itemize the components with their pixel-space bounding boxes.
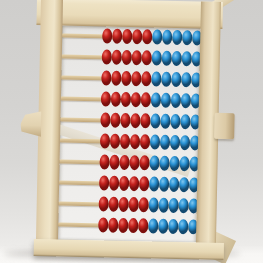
bead-red[interactable] (129, 176, 139, 191)
bead-blue[interactable] (159, 198, 169, 213)
bead-red[interactable] (129, 197, 139, 212)
bead-blue[interactable] (172, 30, 182, 45)
bead-blue[interactable] (160, 135, 170, 150)
bead-blue[interactable] (180, 114, 190, 129)
scene (0, 0, 263, 263)
bead-red[interactable] (132, 29, 142, 44)
abacus-row (33, 174, 219, 193)
bead-red[interactable] (141, 71, 151, 86)
bead-blue[interactable] (161, 72, 171, 87)
bead-red[interactable] (118, 218, 128, 233)
bead-blue[interactable] (152, 29, 162, 44)
abacus-row (33, 195, 219, 214)
bead-red[interactable] (119, 197, 129, 212)
bead-blue[interactable] (178, 219, 188, 234)
bead-group (101, 70, 201, 87)
bead-blue[interactable] (171, 72, 181, 87)
bead-red[interactable] (119, 176, 129, 191)
bead-blue[interactable] (169, 177, 179, 192)
bead-red[interactable] (132, 50, 142, 65)
bead-red[interactable] (110, 113, 120, 128)
bead-red[interactable] (139, 197, 149, 212)
bead-blue[interactable] (159, 177, 169, 192)
bead-blue[interactable] (162, 30, 172, 45)
bead-red[interactable] (139, 176, 149, 191)
left-peg (20, 110, 42, 138)
bead-red[interactable] (109, 155, 119, 170)
bead-red[interactable] (141, 92, 151, 107)
bead-red[interactable] (130, 113, 140, 128)
abacus-row (33, 153, 219, 172)
bead-group (99, 175, 199, 192)
bead-blue[interactable] (160, 114, 170, 129)
abacus-row (35, 90, 221, 109)
bead-blue[interactable] (150, 134, 160, 149)
bead-red[interactable] (101, 91, 111, 106)
bead-blue[interactable] (149, 197, 159, 212)
bead-red[interactable] (138, 218, 148, 233)
bead-blue[interactable] (151, 92, 161, 107)
bead-red[interactable] (109, 176, 119, 191)
bead-group (100, 112, 200, 129)
bead-red[interactable] (122, 50, 132, 65)
bead-red[interactable] (100, 112, 110, 127)
bead-red[interactable] (142, 29, 152, 44)
bead-red[interactable] (101, 70, 111, 85)
bead-red[interactable] (99, 154, 109, 169)
bead-blue[interactable] (151, 71, 161, 86)
bead-red[interactable] (111, 92, 121, 107)
bead-red[interactable] (121, 92, 131, 107)
bead-red[interactable] (122, 29, 132, 44)
bead-red[interactable] (119, 155, 129, 170)
bead-red[interactable] (131, 71, 141, 86)
abacus-row (36, 48, 222, 67)
bead-red[interactable] (100, 133, 110, 148)
bead-group (98, 217, 198, 234)
abacus-row (36, 27, 222, 46)
bead-blue[interactable] (179, 198, 189, 213)
bead-blue[interactable] (182, 30, 192, 45)
bead-blue[interactable] (148, 218, 158, 233)
bead-red[interactable] (120, 134, 130, 149)
bead-blue[interactable] (179, 156, 189, 171)
bead-blue[interactable] (158, 219, 168, 234)
bead-red[interactable] (99, 175, 109, 190)
bead-red[interactable] (102, 28, 112, 43)
bead-red[interactable] (108, 218, 118, 233)
abacus-row (32, 216, 218, 235)
bead-blue[interactable] (149, 176, 159, 191)
bead-group (100, 133, 200, 150)
bead-red[interactable] (139, 155, 149, 170)
bead-blue[interactable] (181, 72, 191, 87)
bead-blue[interactable] (159, 156, 169, 171)
bead-red[interactable] (111, 71, 121, 86)
bead-blue[interactable] (149, 155, 159, 170)
bead-group (102, 28, 202, 45)
bead-blue[interactable] (150, 113, 160, 128)
bead-red[interactable] (110, 134, 120, 149)
abacus-frame (32, 0, 223, 260)
bead-red[interactable] (99, 196, 109, 211)
bead-blue[interactable] (170, 135, 180, 150)
bead-blue[interactable] (181, 93, 191, 108)
bead-blue[interactable] (180, 135, 190, 150)
bead-group (101, 91, 201, 108)
bead-blue[interactable] (182, 51, 192, 66)
bead-group (102, 49, 202, 66)
bead-blue[interactable] (170, 114, 180, 129)
bead-blue[interactable] (161, 93, 171, 108)
bead-blue[interactable] (179, 177, 189, 192)
bead-red[interactable] (128, 218, 138, 233)
bead-red[interactable] (102, 49, 112, 64)
bead-red[interactable] (140, 134, 150, 149)
bead-red[interactable] (120, 113, 130, 128)
abacus-row (35, 69, 221, 88)
right-peg (214, 113, 235, 139)
bead-group (99, 196, 199, 213)
bead-red[interactable] (140, 113, 150, 128)
bead-red[interactable] (130, 134, 140, 149)
abacus-row (34, 132, 220, 151)
bead-red[interactable] (109, 197, 119, 212)
bead-red[interactable] (142, 50, 152, 65)
bead-red[interactable] (129, 155, 139, 170)
bead-red[interactable] (112, 29, 122, 44)
abacus-row (34, 111, 220, 130)
bead-blue[interactable] (152, 50, 162, 65)
bead-blue[interactable] (169, 156, 179, 171)
bead-blue[interactable] (162, 51, 172, 66)
bead-red[interactable] (98, 217, 108, 232)
bead-blue[interactable] (169, 198, 179, 213)
bead-group (99, 154, 199, 171)
bead-blue[interactable] (171, 93, 181, 108)
bead-red[interactable] (112, 50, 122, 65)
bead-red[interactable] (131, 92, 141, 107)
bead-blue[interactable] (172, 51, 182, 66)
bead-red[interactable] (121, 71, 131, 86)
bead-blue[interactable] (168, 219, 178, 234)
top-rail (36, 0, 223, 29)
